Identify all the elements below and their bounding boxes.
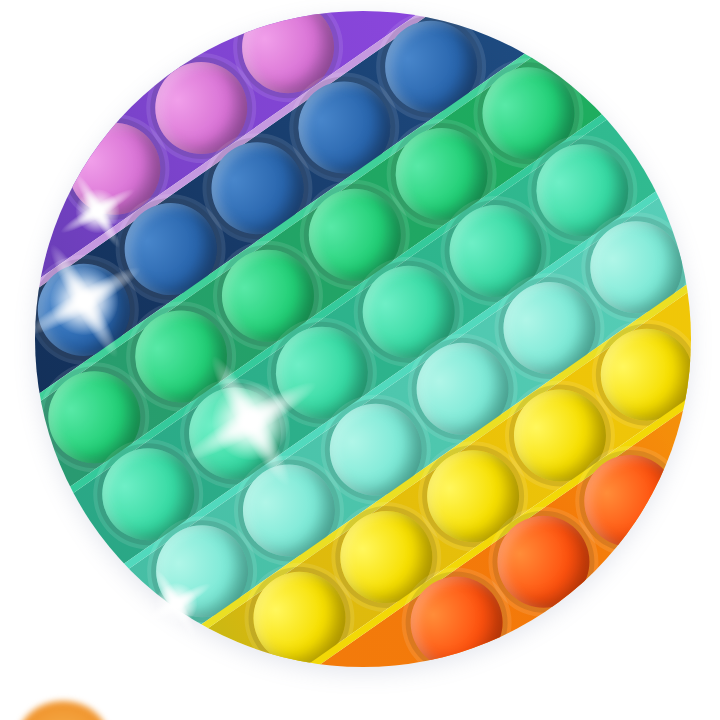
photo-canvas (0, 0, 720, 720)
popit-rows-grid (35, 11, 691, 667)
popit-toy (35, 11, 691, 667)
popit-rotated-frame (35, 11, 691, 667)
second-popit-edge (17, 701, 109, 720)
